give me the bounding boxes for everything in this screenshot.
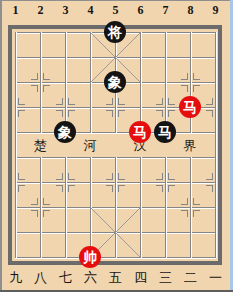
file-label-bottom-9: 九: [3, 271, 28, 285]
position-mark-corner: [168, 173, 175, 180]
position-mark-corner: [156, 98, 163, 105]
piece-black-象[interactable]: 象: [54, 121, 76, 143]
position-mark-corner: [193, 73, 200, 80]
position-mark-corner: [18, 173, 25, 180]
file-label-bottom-6: 六: [78, 271, 103, 285]
river-char-jie: 界: [183, 139, 197, 152]
piece-red-马[interactable]: 马: [129, 121, 151, 143]
position-mark-corner: [168, 98, 175, 105]
position-mark-corner: [31, 198, 38, 205]
position-mark-corner: [106, 98, 113, 105]
file-label-top-1: 1: [3, 3, 28, 17]
xiangqi-board-window: 1 2 3 4 5 6 7 8 9 楚 河 汉 界 将象马象马马帅 九 八 七 …: [0, 0, 233, 292]
position-mark-corner: [118, 185, 125, 192]
position-mark-corner: [68, 173, 75, 180]
piece-black-马[interactable]: 马: [154, 121, 176, 143]
position-mark-corner: [43, 198, 50, 205]
position-mark-corner: [168, 185, 175, 192]
position-mark-corner: [181, 73, 188, 80]
position-mark-corner: [118, 110, 125, 117]
piece-black-将[interactable]: 将: [104, 21, 126, 43]
position-mark-corner: [206, 173, 213, 180]
position-mark-corner: [168, 110, 175, 117]
position-mark-corner: [106, 110, 113, 117]
position-mark-corner: [68, 185, 75, 192]
file-labels-bottom: 九 八 七 六 五 四 三 二 一: [3, 271, 228, 285]
file-label-top-4: 4: [78, 3, 103, 17]
position-mark-corner: [43, 210, 50, 217]
position-mark-corner: [206, 110, 213, 117]
file-label-bottom-4: 四: [128, 271, 153, 285]
position-mark-corner: [193, 85, 200, 92]
file-label-bottom-2: 二: [178, 271, 203, 285]
position-mark-corner: [193, 210, 200, 217]
position-mark-corner: [118, 173, 125, 180]
position-mark-corner: [43, 85, 50, 92]
position-mark-corner: [18, 98, 25, 105]
position-mark-corner: [206, 98, 213, 105]
file-label-bottom-5: 五: [103, 271, 128, 285]
position-mark-corner: [56, 110, 63, 117]
file-label-top-7: 7: [153, 3, 178, 17]
file-label-bottom-3: 三: [153, 271, 178, 285]
position-mark-corner: [18, 110, 25, 117]
file-label-top-6: 6: [128, 3, 153, 17]
position-mark-corner: [43, 73, 50, 80]
river-char-chu: 楚: [33, 139, 47, 152]
file-label-top-2: 2: [28, 3, 53, 17]
position-mark-corner: [156, 173, 163, 180]
file-label-bottom-1: 一: [203, 271, 228, 285]
position-mark-corner: [56, 185, 63, 192]
position-mark-corner: [18, 185, 25, 192]
piece-red-马[interactable]: 马: [179, 96, 201, 118]
position-mark-corner: [31, 85, 38, 92]
position-mark-corner: [193, 198, 200, 205]
position-mark-corner: [206, 185, 213, 192]
file-label-top-9: 9: [203, 3, 228, 17]
position-mark-corner: [56, 98, 63, 105]
position-mark-corner: [118, 98, 125, 105]
position-mark-corner: [181, 198, 188, 205]
file-label-top-8: 8: [178, 3, 203, 17]
position-mark-corner: [156, 110, 163, 117]
position-mark-corner: [106, 173, 113, 180]
position-mark-corner: [68, 110, 75, 117]
file-labels-top: 1 2 3 4 5 6 7 8 9: [3, 3, 228, 17]
file-label-bottom-8: 八: [28, 271, 53, 285]
position-mark-corner: [56, 173, 63, 180]
position-mark-corner: [31, 73, 38, 80]
piece-red-帅[interactable]: 帅: [79, 246, 101, 268]
file-label-top-5: 5: [103, 3, 128, 17]
position-mark-corner: [106, 185, 113, 192]
position-mark-corner: [156, 185, 163, 192]
position-mark-corner: [31, 210, 38, 217]
position-mark-corner: [181, 210, 188, 217]
river-char-he: 河: [83, 139, 97, 152]
position-mark-corner: [181, 85, 188, 92]
position-mark-corner: [68, 98, 75, 105]
piece-black-象[interactable]: 象: [104, 71, 126, 93]
file-label-bottom-7: 七: [53, 271, 78, 285]
file-label-top-3: 3: [53, 3, 78, 17]
